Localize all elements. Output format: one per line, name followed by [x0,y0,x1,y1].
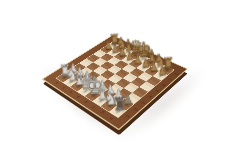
piece-black-pawn-h7: ♟ [154,64,171,77]
square-f5 [123,73,138,83]
file-label-d: d [74,94,83,100]
rank-label-2: 2 [131,106,140,113]
file-label-c: c [67,89,76,95]
piece-white-rook-h1: ♜ [110,94,129,113]
square-g5 [131,77,146,87]
rank-label-4: 4 [146,94,155,100]
file-label-e: e [81,99,90,105]
rank-label-6: 6 [160,82,169,88]
square-h5 [139,81,155,91]
rank-label-3: 3 [139,100,148,107]
board-tilt: a1b2c3d4e5f6g7h8 ♜♟♞♟♝♟♛♟♚♟♝♟♟♞♜♟♟♜♞♟♟♝♟… [42,35,189,131]
rank-label-5: 5 [153,88,162,94]
file-label-b: b [60,85,68,91]
file-label-h: h [106,115,116,122]
rank-label-8: 8 [172,71,180,76]
file-label-g: g [98,109,107,116]
rank-label-7: 7 [166,77,174,83]
chess-set-product-photo: a1b2c3d4e5f6g7h8 ♜♟♞♟♝♟♛♟♚♟♝♟♟♞♜♟♟♜♞♟♟♝♟… [0,0,240,150]
file-label-a: a [53,80,61,85]
file-label-f: f [89,104,98,111]
rank-label-1: 1 [123,113,133,120]
